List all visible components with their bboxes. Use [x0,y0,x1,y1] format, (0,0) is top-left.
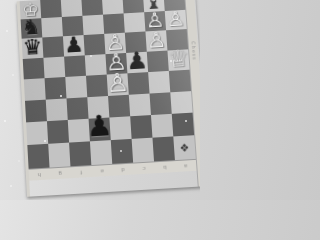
square-f3[interactable]: ♟ [63,35,85,57]
square-d1[interactable] [102,0,124,15]
square-e5[interactable] [86,75,108,98]
square-d7[interactable] [109,116,131,140]
square-b8[interactable] [152,136,174,161]
black-queen-h3[interactable]: ♛ [22,37,43,59]
square-c7[interactable] [130,115,152,139]
file-label-c: c [133,162,155,174]
square-e8[interactable] [90,140,112,165]
square-e4[interactable] [85,54,107,76]
square-g7[interactable] [47,120,69,144]
square-b6[interactable] [150,92,172,115]
white-queen-a4[interactable]: ♕ [167,46,190,71]
photo-of-chessboard: { "game": "chess", "scene_description": … [0,0,200,200]
brand-logo-icon: ❖ [179,142,190,153]
square-g8[interactable] [48,143,70,168]
file-label-g: g [50,167,72,179]
square-h3[interactable]: ♛ [22,37,44,59]
square-g5[interactable] [45,77,67,100]
square-g6[interactable] [46,98,68,121]
square-c4[interactable]: ♟ [126,52,148,74]
square-b4[interactable] [147,51,169,73]
square-a2[interactable]: ♙ [165,10,187,30]
square-f1[interactable] [61,0,83,17]
dust-specks [0,0,2,2]
square-h6[interactable] [25,100,47,123]
square-g4[interactable] [43,57,65,79]
white-pawn-b3[interactable]: ♙ [146,29,167,51]
brand-text: Chess [190,41,197,61]
square-c6[interactable] [129,94,151,117]
square-h7[interactable] [26,121,48,145]
square-f5[interactable] [65,76,87,99]
square-g2[interactable] [41,17,63,37]
square-d8[interactable] [111,139,133,164]
file-label-e: e [91,165,113,177]
square-b7[interactable] [151,114,173,138]
square-a4[interactable]: ♕ [167,49,189,71]
white-pawn-a2[interactable]: ♙ [166,9,186,30]
board-squares[interactable]: ♔♝♞♙♙♛♟♙♙♙♟♕♙♟❖ [20,0,196,169]
square-e2[interactable] [82,15,104,35]
square-g3[interactable] [42,36,64,58]
white-pawn-d5[interactable]: ♙ [105,69,130,96]
square-a7[interactable] [172,113,194,137]
file-label-d: d [112,164,134,176]
square-a8[interactable]: ❖ [173,135,195,160]
square-c5[interactable] [127,72,149,95]
square-h4[interactable] [23,58,45,80]
square-e7[interactable]: ♟ [89,118,111,142]
file-label-a: a [175,160,197,172]
square-d5[interactable]: ♙ [107,73,129,96]
file-label-b: b [154,161,176,173]
square-b3[interactable]: ♙ [145,30,167,51]
chessboard: ♔♝♞♙♙♛♟♙♙♙♟♕♙♟❖ hgfedcba Chess [17,0,200,197]
square-h5[interactable] [24,78,46,101]
file-label-h: h [29,169,51,181]
square-a6[interactable] [170,91,192,114]
square-c8[interactable] [132,138,154,163]
square-c2[interactable] [124,12,146,32]
square-b5[interactable] [148,71,170,94]
black-pawn-f3[interactable]: ♟ [63,34,84,56]
square-f8[interactable] [69,141,91,166]
black-pawn-c4[interactable]: ♟ [126,49,149,74]
file-label-f: f [70,166,92,178]
square-f4[interactable] [64,55,86,77]
square-e1[interactable] [81,0,103,16]
square-g1[interactable] [40,0,62,18]
square-e3[interactable] [84,34,106,56]
square-a5[interactable] [169,70,191,93]
square-h8[interactable] [27,144,49,169]
